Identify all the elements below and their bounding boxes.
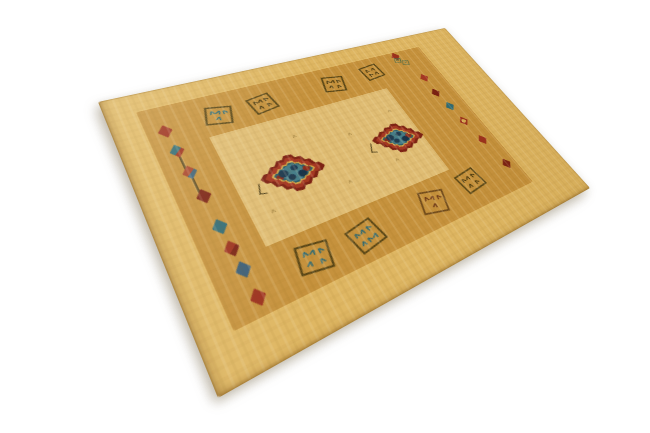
bird-glyph: ʌ — [368, 73, 375, 78]
bird-glyph: ʌ — [316, 246, 326, 255]
bird-glyph: ʌ — [372, 231, 380, 238]
rug-flat: ʌʌʌʌʌʌʌʌʌʌʌʌʌʌʌʌʌʌʌʌʌʌʌʌʌʌʌʌʌʌʌʌʌʌʌʌʌʌ××… — [98, 28, 590, 398]
medallion-tail — [258, 183, 267, 195]
rug-shadow: ʌʌʌʌʌʌʌʌʌʌʌʌʌʌʌʌʌʌʌʌʌʌʌʌʌʌʌʌʌʌʌʌʌʌʌʌʌʌ××… — [0, 0, 650, 433]
bird-glyph: ʌ — [264, 102, 273, 108]
bird-glyph: ʌ — [335, 84, 343, 89]
bird-glyph: ʌ — [473, 178, 480, 184]
bird-glyph: ʌ — [467, 182, 474, 188]
x-motif-cell-1: × — [394, 58, 402, 62]
photo-stage: ʌʌʌʌʌʌʌʌʌʌʌʌʌʌʌʌʌʌʌʌʌʌʌʌʌʌʌʌʌʌʌʌʌʌʌʌʌʌ××… — [0, 0, 650, 433]
bird-glyph: ʌ — [432, 203, 438, 208]
x-motif-cell-2: × — [402, 61, 410, 65]
double-x-motif: ×× — [394, 58, 413, 66]
bird-glyph: ʌ — [257, 105, 265, 111]
medallion-tail — [370, 143, 378, 152]
bird-square-1: ʌʌʌʌ — [204, 106, 234, 126]
bird-glyph: ʌ — [329, 85, 334, 89]
bird-glyph: ʌ — [216, 116, 223, 121]
bird-glyph: ʌ — [317, 256, 327, 265]
bird-glyph: ʌ — [306, 260, 313, 268]
